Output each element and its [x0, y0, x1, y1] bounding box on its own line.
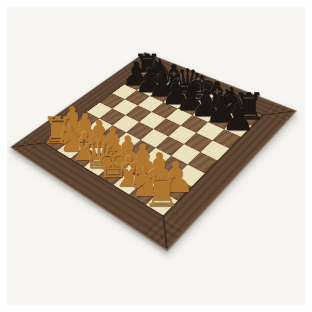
chess-board: [0, 0, 312, 312]
board-frame: [12, 53, 295, 249]
chess-set-photo: ♜♞♟♝♟♛♟♚♟♝♟♞♟♜♟♟♟♟♜♟♞♟♝♟♛♟♚♟♝♟♞♜: [0, 0, 312, 312]
